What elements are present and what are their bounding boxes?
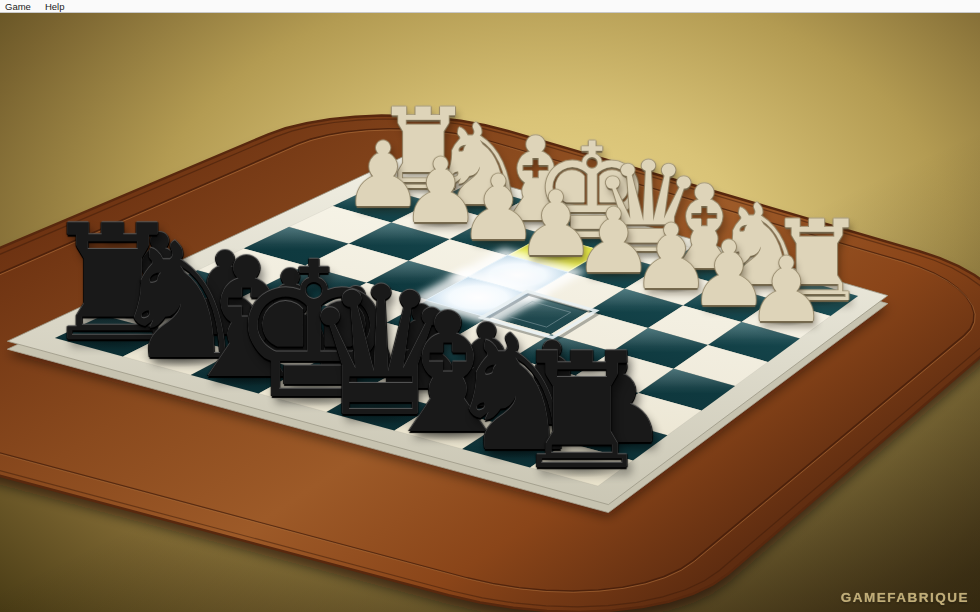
menu-item-help[interactable]: Help <box>45 1 65 12</box>
menu-bar: Game Help <box>0 0 980 13</box>
chess-board <box>0 0 980 612</box>
menu-item-game[interactable]: Game <box>5 1 31 12</box>
chess-titans-window: Game Help <box>0 0 980 612</box>
watermark: GameFabrique <box>841 590 969 605</box>
